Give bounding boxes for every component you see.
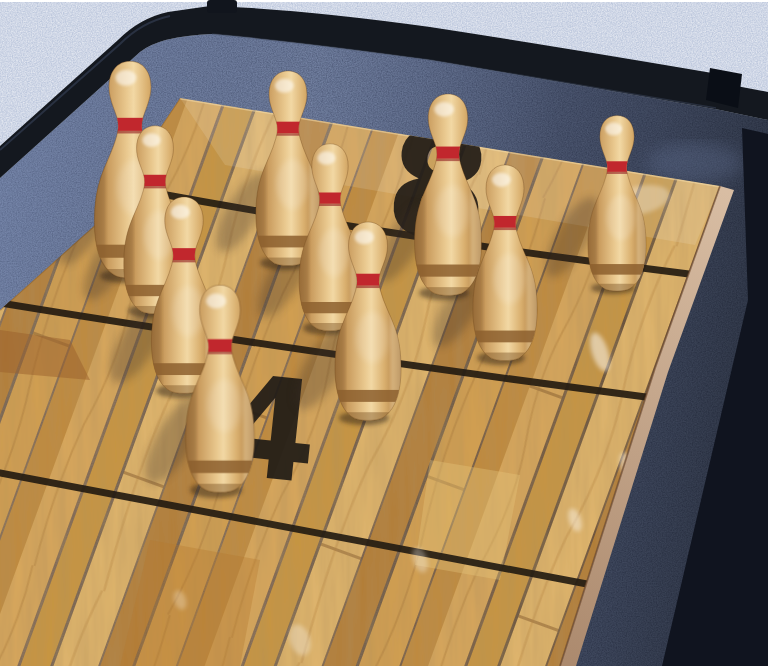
tabletop-bowling-photo: 8 4 (0, 0, 768, 666)
case-rim-tab (207, 0, 237, 13)
